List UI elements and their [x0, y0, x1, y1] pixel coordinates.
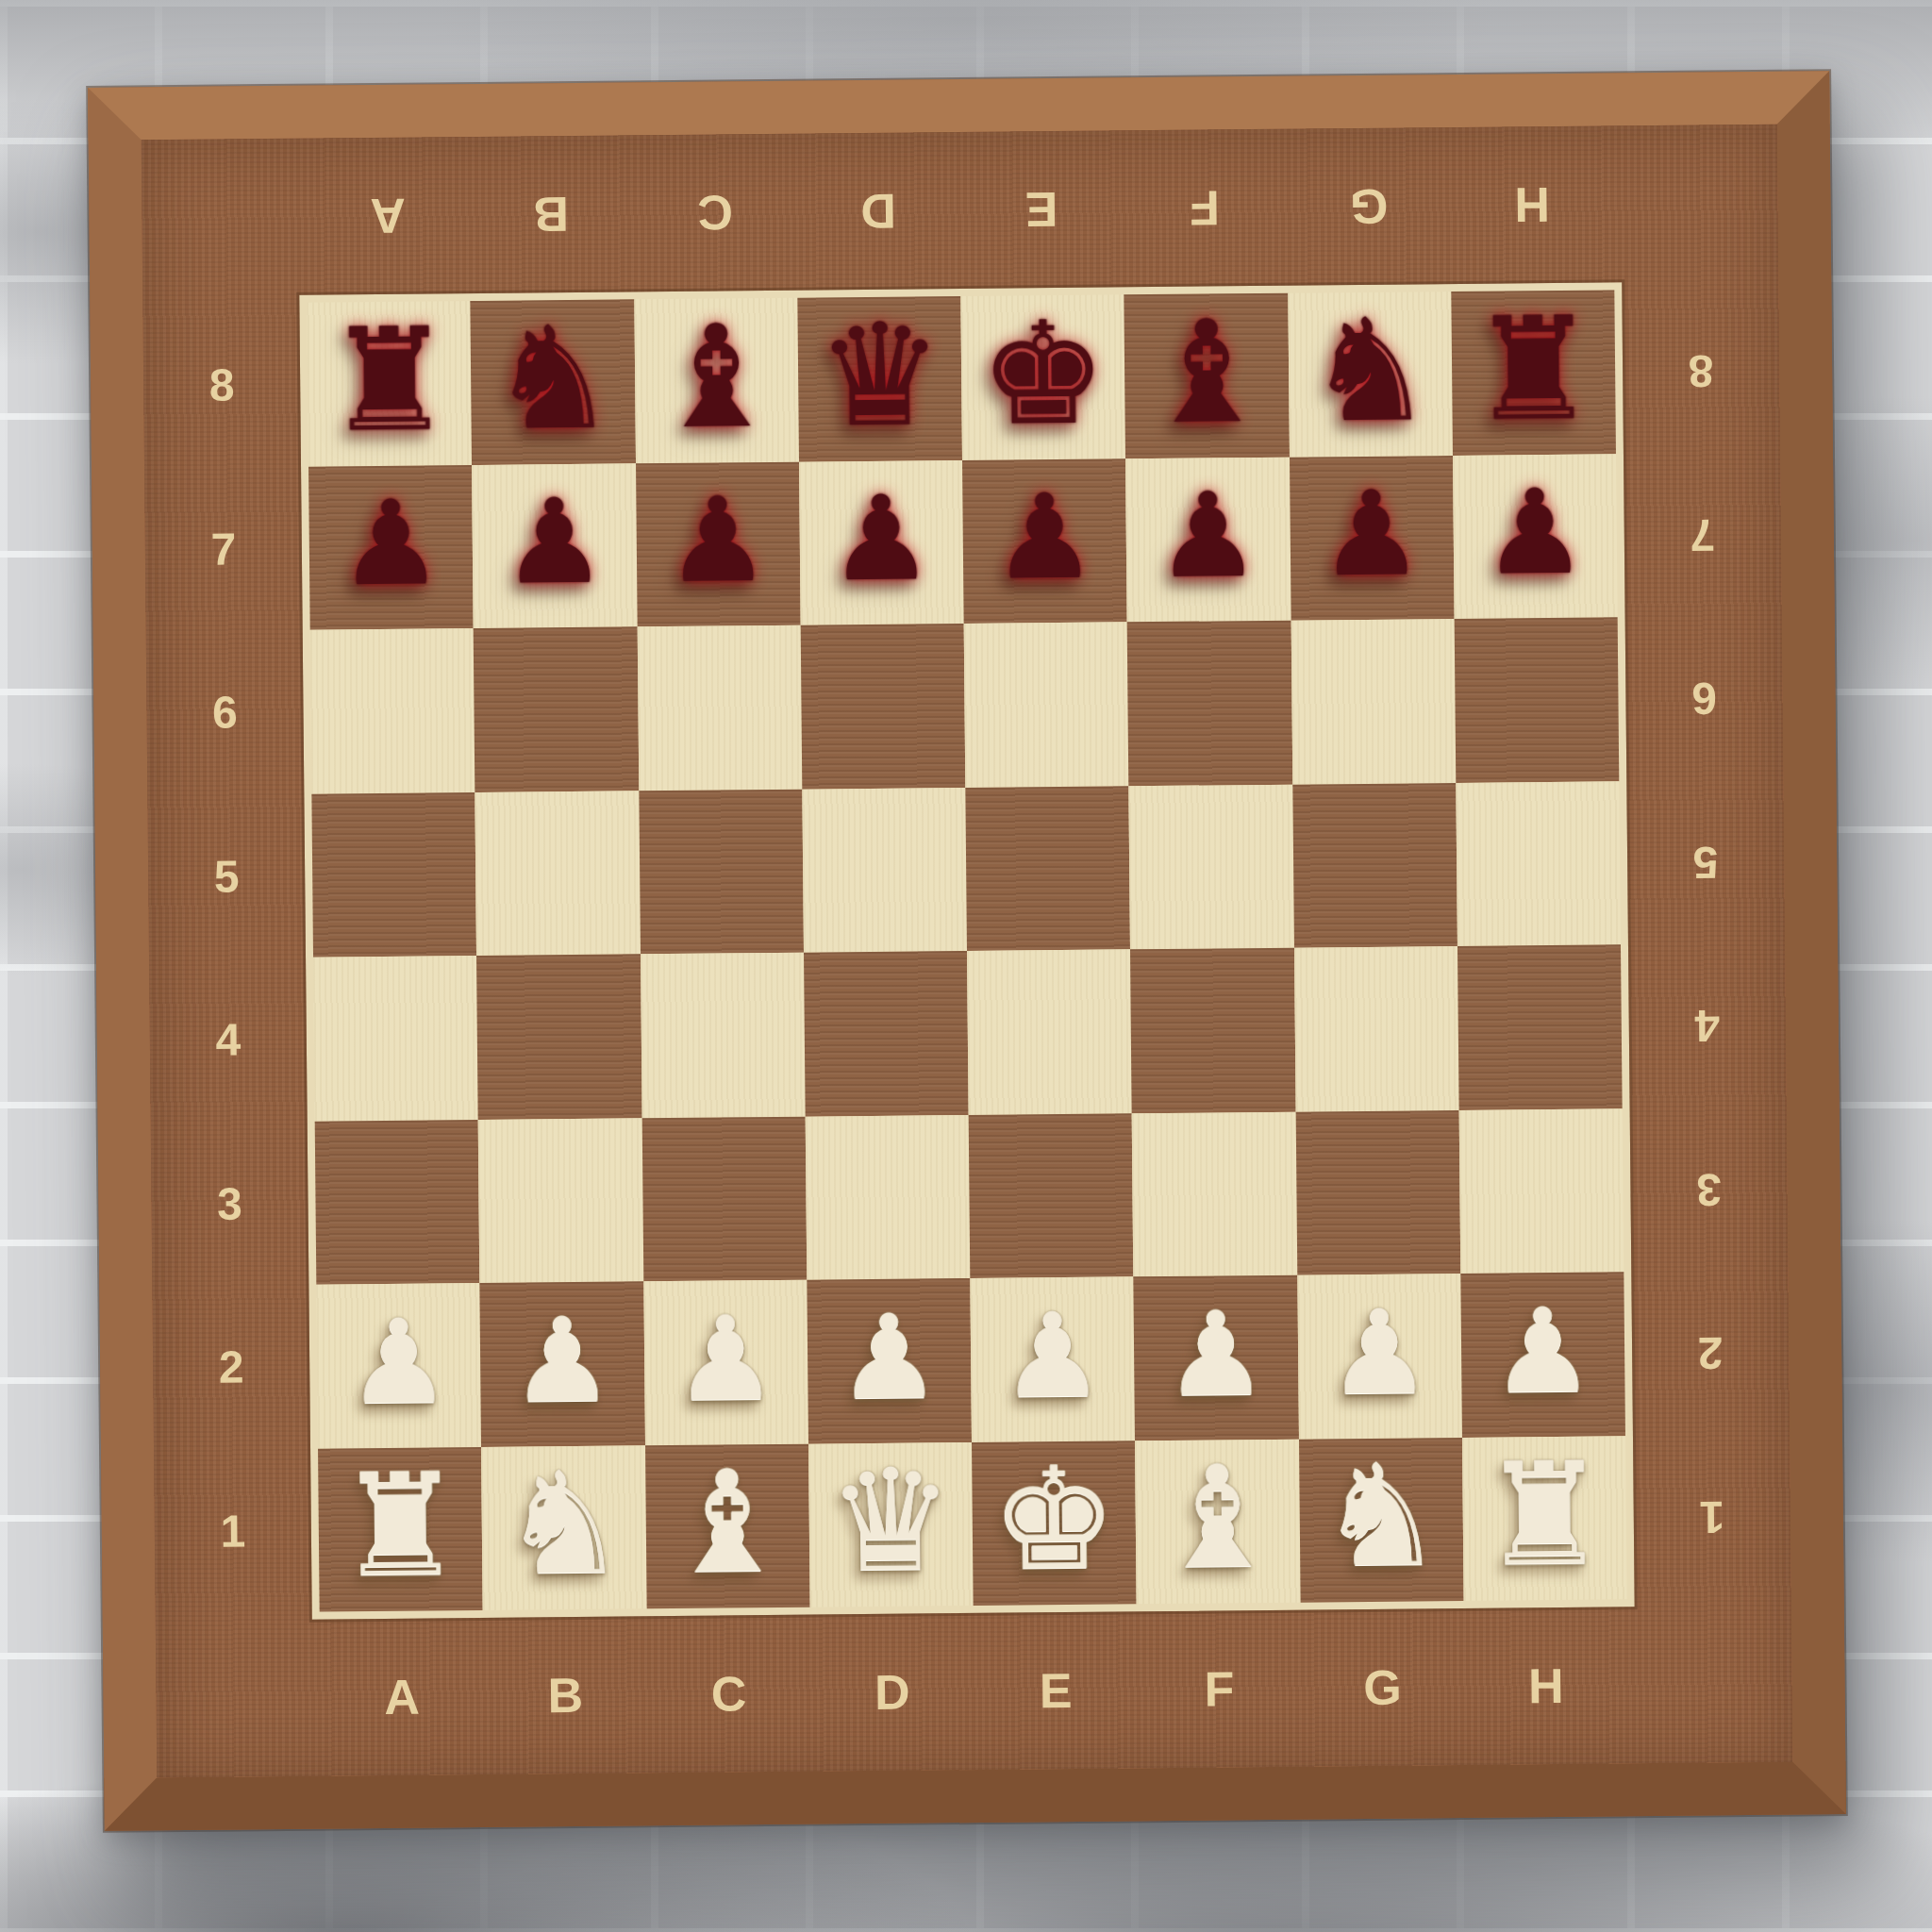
- white-knight[interactable]: ♞: [500, 1453, 628, 1595]
- square-f3[interactable]: [1132, 1111, 1297, 1276]
- rank-label-1-left: 1: [154, 1448, 312, 1613]
- square-f2[interactable]: ♟: [1134, 1275, 1299, 1441]
- square-h3[interactable]: [1458, 1108, 1624, 1274]
- rank-label-3-right: 3: [1630, 1107, 1789, 1272]
- rank-label-7-left: 7: [144, 466, 303, 631]
- square-g5[interactable]: [1292, 783, 1457, 948]
- square-h8[interactable]: ♜: [1451, 290, 1616, 455]
- rank-label-4-right: 4: [1628, 943, 1787, 1108]
- white-pawn[interactable]: ♟: [836, 1298, 941, 1416]
- rank-label-8-left: 8: [142, 303, 301, 468]
- square-f1[interactable]: ♝: [1135, 1439, 1300, 1604]
- white-rook[interactable]: ♜: [1480, 1443, 1608, 1586]
- file-label-e-bottom: E: [974, 1611, 1139, 1770]
- square-d6[interactable]: [800, 624, 965, 789]
- rank-label-4-left: 4: [149, 958, 308, 1123]
- square-b3[interactable]: [478, 1118, 643, 1283]
- black-rook[interactable]: ♜: [1470, 297, 1598, 440]
- square-b5[interactable]: [475, 791, 641, 956]
- square-h5[interactable]: [1456, 781, 1621, 946]
- square-g4[interactable]: [1293, 946, 1458, 1111]
- black-pawn[interactable]: ♟: [1155, 476, 1260, 594]
- square-d2[interactable]: ♟: [807, 1278, 972, 1443]
- white-pawn[interactable]: ♟: [1326, 1293, 1432, 1411]
- square-e7[interactable]: ♟: [962, 458, 1127, 624]
- file-label-c-bottom: C: [646, 1615, 811, 1774]
- square-g8[interactable]: ♞: [1288, 291, 1453, 457]
- white-pawn[interactable]: ♟: [509, 1301, 615, 1419]
- square-e6[interactable]: [964, 622, 1129, 787]
- square-f4[interactable]: [1130, 948, 1295, 1113]
- square-g7[interactable]: ♟: [1289, 456, 1454, 621]
- square-h1[interactable]: ♜: [1462, 1436, 1627, 1601]
- rank-label-2-right: 2: [1631, 1271, 1790, 1436]
- white-pawn[interactable]: ♟: [346, 1303, 452, 1421]
- rank-label-6-left: 6: [146, 630, 305, 795]
- file-labels-bottom: ABCDEFGH: [320, 1607, 1629, 1775]
- black-bishop[interactable]: ♝: [652, 306, 780, 448]
- square-b1[interactable]: ♞: [481, 1445, 646, 1610]
- file-label-b-bottom: B: [483, 1616, 648, 1774]
- square-c7[interactable]: ♟: [636, 461, 801, 626]
- file-label-f-bottom: F: [1137, 1610, 1302, 1769]
- white-pawn[interactable]: ♟: [1490, 1291, 1595, 1409]
- square-h6[interactable]: [1454, 617, 1619, 782]
- white-pawn[interactable]: ♟: [1163, 1295, 1269, 1413]
- square-b6[interactable]: [474, 626, 639, 791]
- square-d5[interactable]: [802, 788, 967, 953]
- square-e1[interactable]: ♚: [972, 1441, 1137, 1606]
- rank-label-2-left: 2: [152, 1285, 310, 1450]
- square-f6[interactable]: [1127, 621, 1292, 786]
- square-g1[interactable]: ♞: [1298, 1437, 1463, 1602]
- rank-label-7-right: 7: [1624, 452, 1782, 617]
- file-label-h-top: H: [1449, 125, 1614, 284]
- black-pawn[interactable]: ♟: [502, 483, 608, 601]
- file-label-e-top: E: [959, 130, 1124, 289]
- file-label-a-top: A: [306, 137, 471, 295]
- square-c4[interactable]: [641, 953, 806, 1118]
- file-label-d-bottom: D: [809, 1613, 974, 1772]
- black-bishop[interactable]: ♝: [1142, 301, 1271, 443]
- white-bishop[interactable]: ♝: [1154, 1446, 1282, 1589]
- square-b2[interactable]: ♟: [480, 1281, 645, 1446]
- square-d1[interactable]: ♛: [808, 1441, 974, 1607]
- square-e2[interactable]: ♟: [970, 1276, 1135, 1441]
- square-g3[interactable]: [1295, 1110, 1460, 1275]
- square-h4[interactable]: [1457, 944, 1623, 1109]
- square-h7[interactable]: ♟: [1453, 454, 1618, 619]
- square-f8[interactable]: ♝: [1124, 293, 1290, 458]
- black-pawn[interactable]: ♟: [828, 480, 934, 598]
- rank-label-5-left: 5: [147, 793, 306, 958]
- black-rook[interactable]: ♜: [325, 308, 454, 451]
- file-label-g-top: G: [1286, 127, 1451, 286]
- square-d4[interactable]: [804, 951, 969, 1116]
- file-label-h-bottom: H: [1463, 1607, 1628, 1765]
- file-label-b-top: B: [469, 135, 634, 293]
- file-labels-top: ABCDEFGH: [306, 125, 1615, 294]
- square-d3[interactable]: [805, 1114, 970, 1279]
- file-label-f-top: F: [1123, 129, 1288, 288]
- chess-board: ABCDEFGH ABCDEFGH 87654321 87654321 ♜♞♝♛…: [88, 71, 1846, 1831]
- square-d7[interactable]: ♟: [799, 460, 964, 625]
- square-g6[interactable]: [1291, 619, 1456, 784]
- black-pawn[interactable]: ♟: [1482, 474, 1588, 591]
- square-d8[interactable]: ♛: [797, 296, 962, 461]
- square-c6[interactable]: [637, 625, 802, 791]
- rank-label-5-right: 5: [1626, 779, 1785, 944]
- square-g2[interactable]: ♟: [1297, 1274, 1462, 1439]
- rank-label-6-right: 6: [1625, 616, 1784, 781]
- square-a3[interactable]: [315, 1119, 480, 1284]
- rank-label-3-left: 3: [151, 1121, 309, 1286]
- square-f7[interactable]: ♟: [1125, 457, 1291, 622]
- black-king[interactable]: ♚: [979, 302, 1108, 444]
- square-e5[interactable]: [965, 786, 1130, 951]
- black-pawn[interactable]: ♟: [991, 478, 1097, 596]
- square-b4[interactable]: [476, 954, 641, 1119]
- square-a7[interactable]: ♟: [308, 465, 474, 630]
- black-knight[interactable]: ♞: [1306, 299, 1434, 441]
- rank-label-8-right: 8: [1622, 289, 1780, 454]
- rank-labels-right: 87654321: [1622, 289, 1790, 1600]
- square-b8[interactable]: ♞: [471, 299, 636, 464]
- black-pawn[interactable]: ♟: [665, 481, 771, 599]
- board-grid: ♜♞♝♛♚♝♞♜♟♟♟♟♟♟♟♟♟♟♟♟♟♟♟♟♜♞♝♛♚♝♞♜: [307, 290, 1626, 1611]
- white-pawn[interactable]: ♟: [673, 1300, 778, 1418]
- square-c5[interactable]: [639, 789, 804, 954]
- square-c2[interactable]: ♟: [643, 1280, 808, 1445]
- file-label-c-top: C: [632, 134, 797, 292]
- black-pawn[interactable]: ♟: [338, 485, 443, 603]
- black-knight[interactable]: ♞: [489, 307, 617, 449]
- square-c3[interactable]: [641, 1116, 807, 1281]
- white-king[interactable]: ♚: [990, 1448, 1118, 1591]
- square-a4[interactable]: [313, 956, 478, 1121]
- square-a2[interactable]: ♟: [316, 1283, 481, 1448]
- file-label-g-bottom: G: [1300, 1608, 1465, 1767]
- black-pawn[interactable]: ♟: [1319, 475, 1424, 593]
- square-a1[interactable]: ♜: [318, 1446, 483, 1611]
- rank-label-1-right: 1: [1633, 1434, 1791, 1599]
- white-rook[interactable]: ♜: [336, 1454, 464, 1596]
- square-c8[interactable]: ♝: [634, 298, 799, 463]
- file-label-d-top: D: [795, 132, 960, 291]
- square-e4[interactable]: [967, 949, 1132, 1114]
- square-a5[interactable]: [311, 791, 476, 957]
- square-e3[interactable]: [969, 1113, 1134, 1278]
- rank-labels-left: 87654321: [142, 303, 311, 1614]
- square-c1[interactable]: ♝: [645, 1443, 810, 1608]
- white-bishop[interactable]: ♝: [663, 1451, 791, 1593]
- file-label-a-bottom: A: [320, 1618, 485, 1776]
- square-a8[interactable]: ♜: [307, 301, 472, 466]
- square-e8[interactable]: ♚: [960, 294, 1125, 459]
- square-a6[interactable]: [310, 628, 475, 793]
- square-h2[interactable]: ♟: [1460, 1272, 1625, 1437]
- white-knight[interactable]: ♞: [1317, 1444, 1445, 1587]
- board-maple-margin: ♜♞♝♛♚♝♞♜♟♟♟♟♟♟♟♟♟♟♟♟♟♟♟♟♜♞♝♛♚♝♞♜: [299, 282, 1634, 1619]
- black-queen[interactable]: ♛: [816, 304, 944, 446]
- square-b7[interactable]: ♟: [472, 463, 637, 628]
- white-queen[interactable]: ♛: [826, 1449, 955, 1591]
- white-pawn[interactable]: ♟: [1000, 1296, 1106, 1414]
- square-f5[interactable]: [1129, 784, 1294, 949]
